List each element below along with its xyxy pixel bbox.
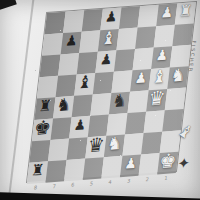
rank-label: 1 xyxy=(156,172,176,185)
photo-frame: ♟♟♜♟♝♟♟♝♟♝♞♜♞♞♛♚♟♛♞♜♟♚ 87654321 FISCHER … xyxy=(0,0,200,200)
rank-label: 3 xyxy=(119,175,139,188)
square[interactable]: ♞ xyxy=(167,66,188,89)
table-surface xyxy=(0,192,200,200)
photo-corner-shadow xyxy=(0,0,17,11)
square[interactable] xyxy=(165,88,186,111)
square[interactable]: ♜ xyxy=(175,2,196,25)
rank-label: 5 xyxy=(82,178,102,191)
piece-white-rook[interactable]: ♜ xyxy=(175,0,196,23)
rank-label: 7 xyxy=(44,180,64,193)
compass-rose-icon: ✦ xyxy=(174,154,194,174)
rank-label: 2 xyxy=(137,173,157,186)
dust-specks xyxy=(60,30,61,31)
rank-label: 6 xyxy=(63,179,83,192)
rank-label: 4 xyxy=(100,176,120,189)
board-area: ♟♟♜♟♝♟♟♝♟♝♞♜♞♞♛♚♟♛♞♜♟♚ 87654321 FISCHER … xyxy=(25,2,196,196)
piece-white-knight[interactable]: ♞ xyxy=(168,64,189,87)
chess-board[interactable]: ♟♟♜♟♝♟♟♝♟♝♞♜♞♞♛♚♟♛♞♜♟♚ xyxy=(27,2,196,182)
